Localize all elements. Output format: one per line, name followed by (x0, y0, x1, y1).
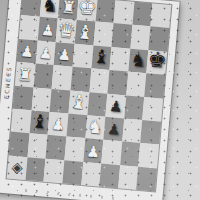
black-knight-g6[interactable]: ♞ (128, 51, 148, 71)
white-pawn-c6[interactable]: ♟ (54, 47, 74, 64)
black-king-h6[interactable]: ♚ (147, 49, 168, 72)
black-bishop-b3[interactable]: ♝ (29, 112, 50, 133)
chess-board: ECHECS ◈ ♞♜♚♟♛♝♟♟♟♝♞♚♜♝♟♝♟♞♟♟ (0, 0, 180, 200)
black-pawn-f3[interactable]: ♟ (104, 122, 124, 139)
pieces-layer: ♞♜♚♟♛♝♟♟♟♝♞♚♜♝♟♝♟♞♟♟ (7, 0, 172, 191)
board-photo: ECHECS ◈ ♞♜♚♟♛♝♟♟♟♝♞♚♜♝♟♝♟♞♟♟ (0, 0, 200, 200)
white-pawn-b7[interactable]: ♟ (38, 22, 58, 39)
black-pawn-f4[interactable]: ♟ (106, 99, 126, 116)
white-pawn-e2[interactable]: ♟ (83, 144, 103, 161)
board-brand-text: ECHECS (3, 47, 15, 99)
white-bishop-d4[interactable]: ♝ (69, 91, 90, 112)
white-queen-c7[interactable]: ♛ (56, 19, 77, 41)
white-king-d8[interactable]: ♚ (77, 0, 98, 19)
black-knight-b8[interactable]: ♞ (40, 0, 60, 16)
white-knight-e3[interactable]: ♞ (85, 117, 105, 137)
white-pawn-c3[interactable]: ♟ (48, 117, 68, 134)
white-rook-a5[interactable]: ♜ (15, 65, 35, 84)
black-bishop-e6[interactable]: ♝ (91, 47, 112, 68)
white-rook-c8[interactable]: ♜ (58, 0, 78, 17)
bottom-border-marks (24, 189, 119, 200)
white-pawn-a6[interactable]: ♟ (17, 44, 37, 61)
white-pawn-b6[interactable]: ♟ (36, 46, 56, 63)
white-bishop-d7[interactable]: ♝ (75, 22, 96, 43)
